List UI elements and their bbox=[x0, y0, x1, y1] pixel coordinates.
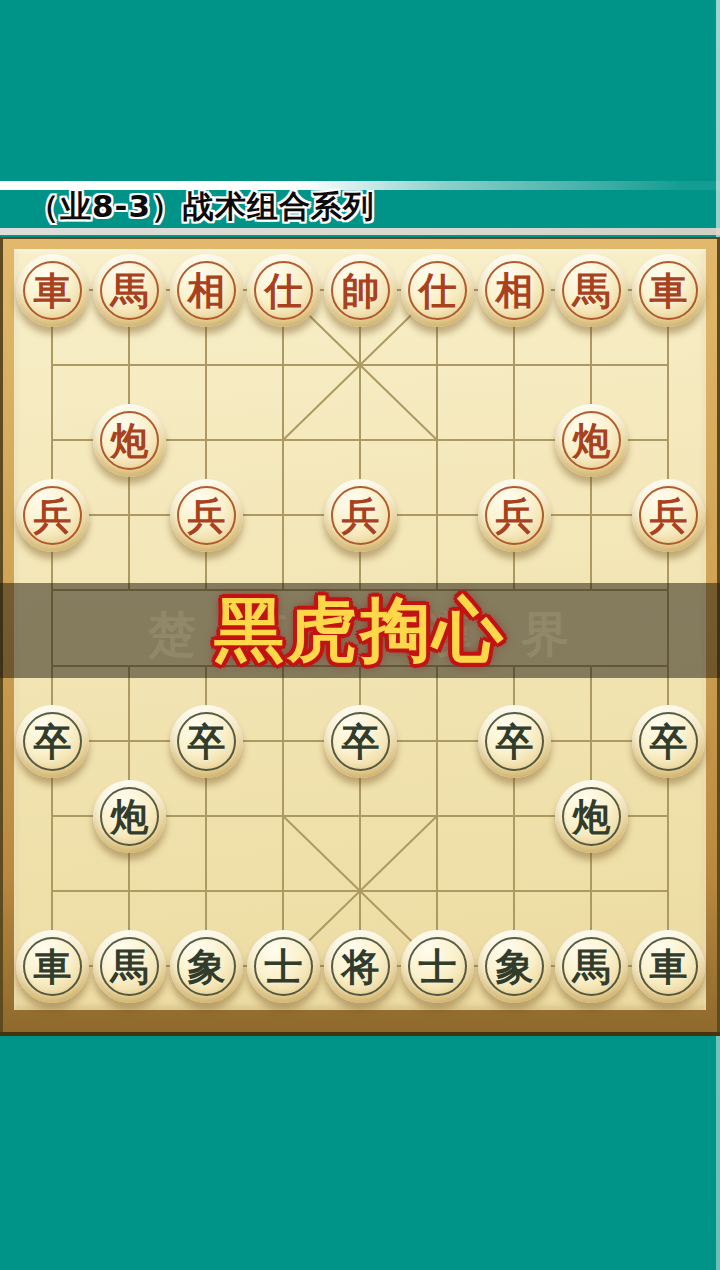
piece-black-horse[interactable]: 馬 bbox=[93, 930, 166, 1003]
piece-glyph: 馬 bbox=[111, 272, 149, 310]
piece-glyph: 仕 bbox=[265, 272, 303, 310]
piece-black-advisor[interactable]: 士 bbox=[401, 930, 474, 1003]
piece-red-general[interactable]: 帥 bbox=[324, 254, 397, 327]
piece-glyph: 炮 bbox=[111, 422, 149, 460]
piece-glyph: 馬 bbox=[573, 948, 611, 986]
piece-glyph: 仕 bbox=[419, 272, 457, 310]
piece-red-elephant[interactable]: 相 bbox=[478, 254, 551, 327]
piece-glyph: 車 bbox=[650, 272, 688, 310]
piece-black-general[interactable]: 将 bbox=[324, 930, 397, 1003]
piece-glyph: 兵 bbox=[34, 497, 72, 535]
banner-title: 黑虎掏心 bbox=[0, 583, 720, 678]
piece-glyph: 兵 bbox=[496, 497, 534, 535]
piece-red-soldier[interactable]: 兵 bbox=[324, 479, 397, 552]
piece-glyph: 象 bbox=[188, 948, 226, 986]
piece-black-advisor[interactable]: 士 bbox=[247, 930, 320, 1003]
piece-glyph: 炮 bbox=[111, 798, 149, 836]
piece-glyph: 兵 bbox=[650, 497, 688, 535]
piece-red-advisor[interactable]: 仕 bbox=[401, 254, 474, 327]
piece-glyph: 卒 bbox=[188, 723, 226, 761]
piece-black-chariot[interactable]: 車 bbox=[16, 930, 89, 1003]
piece-glyph: 士 bbox=[419, 948, 457, 986]
piece-glyph: 車 bbox=[650, 948, 688, 986]
piece-glyph: 兵 bbox=[188, 497, 226, 535]
piece-black-cannon[interactable]: 炮 bbox=[555, 780, 628, 853]
piece-red-chariot[interactable]: 車 bbox=[632, 254, 705, 327]
piece-glyph: 車 bbox=[34, 272, 72, 310]
piece-black-cannon[interactable]: 炮 bbox=[93, 780, 166, 853]
piece-red-soldier[interactable]: 兵 bbox=[170, 479, 243, 552]
piece-red-chariot[interactable]: 車 bbox=[16, 254, 89, 327]
piece-glyph: 車 bbox=[34, 948, 72, 986]
piece-black-chariot[interactable]: 車 bbox=[632, 930, 705, 1003]
piece-red-soldier[interactable]: 兵 bbox=[478, 479, 551, 552]
piece-red-elephant[interactable]: 相 bbox=[170, 254, 243, 327]
board-top-stripe bbox=[0, 228, 720, 235]
piece-glyph: 士 bbox=[265, 948, 303, 986]
piece-glyph: 帥 bbox=[342, 272, 380, 310]
page-title: （业8-3）战术组合系列 bbox=[28, 186, 375, 228]
piece-glyph: 象 bbox=[496, 948, 534, 986]
piece-glyph: 将 bbox=[342, 948, 380, 986]
piece-glyph: 卒 bbox=[342, 723, 380, 761]
piece-black-soldier[interactable]: 卒 bbox=[632, 705, 705, 778]
piece-black-elephant[interactable]: 象 bbox=[170, 930, 243, 1003]
piece-red-cannon[interactable]: 炮 bbox=[555, 404, 628, 477]
piece-glyph: 卒 bbox=[34, 723, 72, 761]
piece-glyph: 相 bbox=[188, 272, 226, 310]
piece-glyph: 炮 bbox=[573, 798, 611, 836]
piece-glyph: 卒 bbox=[650, 723, 688, 761]
piece-black-soldier[interactable]: 卒 bbox=[170, 705, 243, 778]
piece-black-soldier[interactable]: 卒 bbox=[478, 705, 551, 778]
piece-black-elephant[interactable]: 象 bbox=[478, 930, 551, 1003]
piece-glyph: 相 bbox=[496, 272, 534, 310]
piece-black-soldier[interactable]: 卒 bbox=[324, 705, 397, 778]
piece-black-horse[interactable]: 馬 bbox=[555, 930, 628, 1003]
piece-glyph: 馬 bbox=[111, 948, 149, 986]
piece-glyph: 馬 bbox=[573, 272, 611, 310]
piece-red-soldier[interactable]: 兵 bbox=[16, 479, 89, 552]
piece-glyph: 兵 bbox=[342, 497, 380, 535]
piece-glyph: 炮 bbox=[573, 422, 611, 460]
piece-red-cannon[interactable]: 炮 bbox=[93, 404, 166, 477]
piece-black-soldier[interactable]: 卒 bbox=[16, 705, 89, 778]
app-background: （业8-3）战术组合系列 車馬相仕帥仕相馬車炮炮兵兵兵兵兵卒卒卒卒卒炮炮車馬象士… bbox=[0, 0, 720, 1270]
piece-red-horse[interactable]: 馬 bbox=[93, 254, 166, 327]
piece-glyph: 卒 bbox=[496, 723, 534, 761]
piece-red-advisor[interactable]: 仕 bbox=[247, 254, 320, 327]
piece-red-soldier[interactable]: 兵 bbox=[632, 479, 705, 552]
piece-red-horse[interactable]: 馬 bbox=[555, 254, 628, 327]
